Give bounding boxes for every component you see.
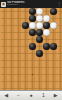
board-point-5-9[interactable] xyxy=(36,71,43,78)
board-point-4-9[interactable] xyxy=(29,71,36,78)
board-point-8-2[interactable] xyxy=(57,22,62,29)
board-point-0-10[interactable] xyxy=(1,78,8,85)
board-point-3-5[interactable] xyxy=(22,43,29,50)
board-point-2-0[interactable] xyxy=(15,8,22,15)
board-point-2-7[interactable] xyxy=(15,57,22,64)
board-point-6-5[interactable] xyxy=(43,43,50,50)
board-point-5-4[interactable] xyxy=(36,36,43,43)
board-point-7-5[interactable] xyxy=(50,43,57,50)
black-stone xyxy=(36,50,43,57)
title-bar: ◉ Go Problems Problem 1 ⋮ xyxy=(0,0,62,8)
board-point-1-6[interactable] xyxy=(8,50,15,57)
board-point-2-9[interactable] xyxy=(15,71,22,78)
board-point-1-5[interactable] xyxy=(8,43,15,50)
white-stone xyxy=(43,15,50,22)
black-stone xyxy=(29,15,36,22)
overflow-menu-icon[interactable]: ⋮ xyxy=(57,2,61,6)
board-point-3-4[interactable] xyxy=(22,36,29,43)
board-point-4-0[interactable] xyxy=(29,8,36,15)
board-point-2-6[interactable] xyxy=(15,50,22,57)
board-point-7-1[interactable] xyxy=(50,15,57,22)
board-point-5-0[interactable] xyxy=(36,8,43,15)
nav-first-button[interactable]: ◀ xyxy=(2,91,11,100)
board-point-4-4[interactable] xyxy=(29,36,36,43)
board-point-6-0[interactable] xyxy=(43,8,50,15)
nav-next-button[interactable]: ▶ xyxy=(51,91,60,100)
board-point-7-7[interactable] xyxy=(50,57,57,64)
white-stone xyxy=(29,22,36,29)
board-point-5-10[interactable] xyxy=(36,78,43,85)
black-stone xyxy=(29,43,36,50)
bottom-toolbar: ◀−●1▶ xyxy=(0,90,62,100)
board-point-5-2[interactable] xyxy=(36,22,43,29)
board-point-4-5[interactable] xyxy=(29,43,36,50)
star-point xyxy=(32,74,34,76)
black-stone xyxy=(29,29,36,36)
board-point-2-5[interactable] xyxy=(15,43,22,50)
board-point-8-3[interactable] xyxy=(57,29,62,36)
board-point-1-8[interactable] xyxy=(8,64,15,71)
board-point-3-1[interactable] xyxy=(22,15,29,22)
board-point-5-5[interactable] xyxy=(36,43,43,50)
board-point-2-1[interactable] xyxy=(15,15,22,22)
board-point-2-4[interactable] xyxy=(15,36,22,43)
board-point-6-3[interactable] xyxy=(43,29,50,36)
app-subtitle: Problem 1 xyxy=(7,4,56,7)
board-point-8-5[interactable] xyxy=(57,43,62,50)
board-point-6-8[interactable] xyxy=(43,64,50,71)
board-point-6-4[interactable] xyxy=(43,36,50,43)
black-stone xyxy=(50,43,57,50)
board-point-1-10[interactable] xyxy=(8,78,15,85)
board-point-8-10[interactable] xyxy=(57,78,62,85)
board-point-1-4[interactable] xyxy=(8,36,15,43)
board-point-5-6[interactable] xyxy=(36,50,43,57)
board-point-5-8[interactable] xyxy=(36,64,43,71)
white-stone xyxy=(50,22,57,29)
white-stone xyxy=(43,29,50,36)
board-point-0-6[interactable] xyxy=(1,50,8,57)
undo-button[interactable]: − xyxy=(14,91,23,100)
board-point-0-8[interactable] xyxy=(1,64,8,71)
board-point-3-0[interactable] xyxy=(22,8,29,15)
board-point-1-7[interactable] xyxy=(8,57,15,64)
board-point-4-10[interactable] xyxy=(29,78,36,85)
board-point-7-8[interactable] xyxy=(50,64,57,71)
board-point-7-4[interactable] xyxy=(50,36,57,43)
board-point-8-9[interactable] xyxy=(57,71,62,78)
board-point-4-3[interactable] xyxy=(29,29,36,36)
board-point-6-9[interactable] xyxy=(43,71,50,78)
board-point-6-6[interactable] xyxy=(43,50,50,57)
board-point-2-3[interactable] xyxy=(15,29,22,36)
board-point-5-3[interactable] xyxy=(36,29,43,36)
go-grid xyxy=(1,8,62,90)
board-point-5-1[interactable] xyxy=(36,15,43,22)
black-stone xyxy=(29,8,36,15)
black-stone xyxy=(50,8,57,15)
board-point-6-1[interactable] xyxy=(43,15,50,22)
hint-button[interactable]: ● xyxy=(26,91,35,100)
board-point-2-10[interactable] xyxy=(15,78,22,85)
board-point-0-1[interactable] xyxy=(1,15,8,22)
board-point-4-6[interactable] xyxy=(29,50,36,57)
board-point-8-7[interactable] xyxy=(57,57,62,64)
black-stone xyxy=(43,22,50,29)
board-point-4-7[interactable] xyxy=(29,57,36,64)
board-point-0-4[interactable] xyxy=(1,36,8,43)
board-point-5-7[interactable] xyxy=(36,57,43,64)
board-point-3-9[interactable] xyxy=(22,71,29,78)
board-point-1-3[interactable] xyxy=(8,29,15,36)
board-point-4-1[interactable] xyxy=(29,15,36,22)
board-point-1-0[interactable] xyxy=(8,8,15,15)
move-counter[interactable]: 1 xyxy=(39,91,48,100)
board-point-4-8[interactable] xyxy=(29,64,36,71)
title-text-block: Go Problems Problem 1 xyxy=(7,1,56,7)
app-screen: ◉ Go Problems Problem 1 ⋮ ◀−●1▶ xyxy=(0,0,62,100)
board-point-8-1[interactable] xyxy=(57,15,62,22)
black-stone xyxy=(36,36,43,43)
board-point-0-2[interactable] xyxy=(1,22,8,29)
board-point-6-7[interactable] xyxy=(43,57,50,64)
board-point-1-9[interactable] xyxy=(8,71,15,78)
board-point-8-0[interactable] xyxy=(57,8,62,15)
board-point-7-9[interactable] xyxy=(50,71,57,78)
board-point-3-8[interactable] xyxy=(22,64,29,71)
board-point-8-8[interactable] xyxy=(57,64,62,71)
board-point-7-10[interactable] xyxy=(50,78,57,85)
white-stone xyxy=(36,22,43,29)
board-point-8-4[interactable] xyxy=(57,36,62,43)
board-point-8-6[interactable] xyxy=(57,50,62,57)
board-point-1-2[interactable] xyxy=(8,22,15,29)
board-point-7-0[interactable] xyxy=(50,8,57,15)
app-icon: ◉ xyxy=(1,2,6,7)
board-point-6-2[interactable] xyxy=(43,22,50,29)
board-point-3-10[interactable] xyxy=(22,78,29,85)
white-stone xyxy=(36,8,43,15)
black-stone xyxy=(36,29,43,36)
board-point-7-3[interactable] xyxy=(50,29,57,36)
board-point-2-2[interactable] xyxy=(15,22,22,29)
board-point-3-7[interactable] xyxy=(22,57,29,64)
go-board[interactable] xyxy=(0,8,62,90)
board-point-0-9[interactable] xyxy=(1,71,8,78)
board-point-0-0[interactable] xyxy=(1,8,8,15)
board-point-0-7[interactable] xyxy=(1,57,8,64)
board-point-6-10[interactable] xyxy=(43,78,50,85)
board-point-3-6[interactable] xyxy=(22,50,29,57)
board-point-0-5[interactable] xyxy=(1,43,8,50)
board-point-7-2[interactable] xyxy=(50,22,57,29)
board-point-2-8[interactable] xyxy=(15,64,22,71)
white-stone xyxy=(36,15,43,22)
board-point-3-2[interactable] xyxy=(22,22,29,29)
black-stone xyxy=(22,22,29,29)
board-point-1-1[interactable] xyxy=(8,15,15,22)
board-point-4-2[interactable] xyxy=(29,22,36,29)
board-point-3-3[interactable] xyxy=(22,29,29,36)
board-point-0-3[interactable] xyxy=(1,29,8,36)
board-point-7-6[interactable] xyxy=(50,50,57,57)
black-stone xyxy=(43,43,50,50)
